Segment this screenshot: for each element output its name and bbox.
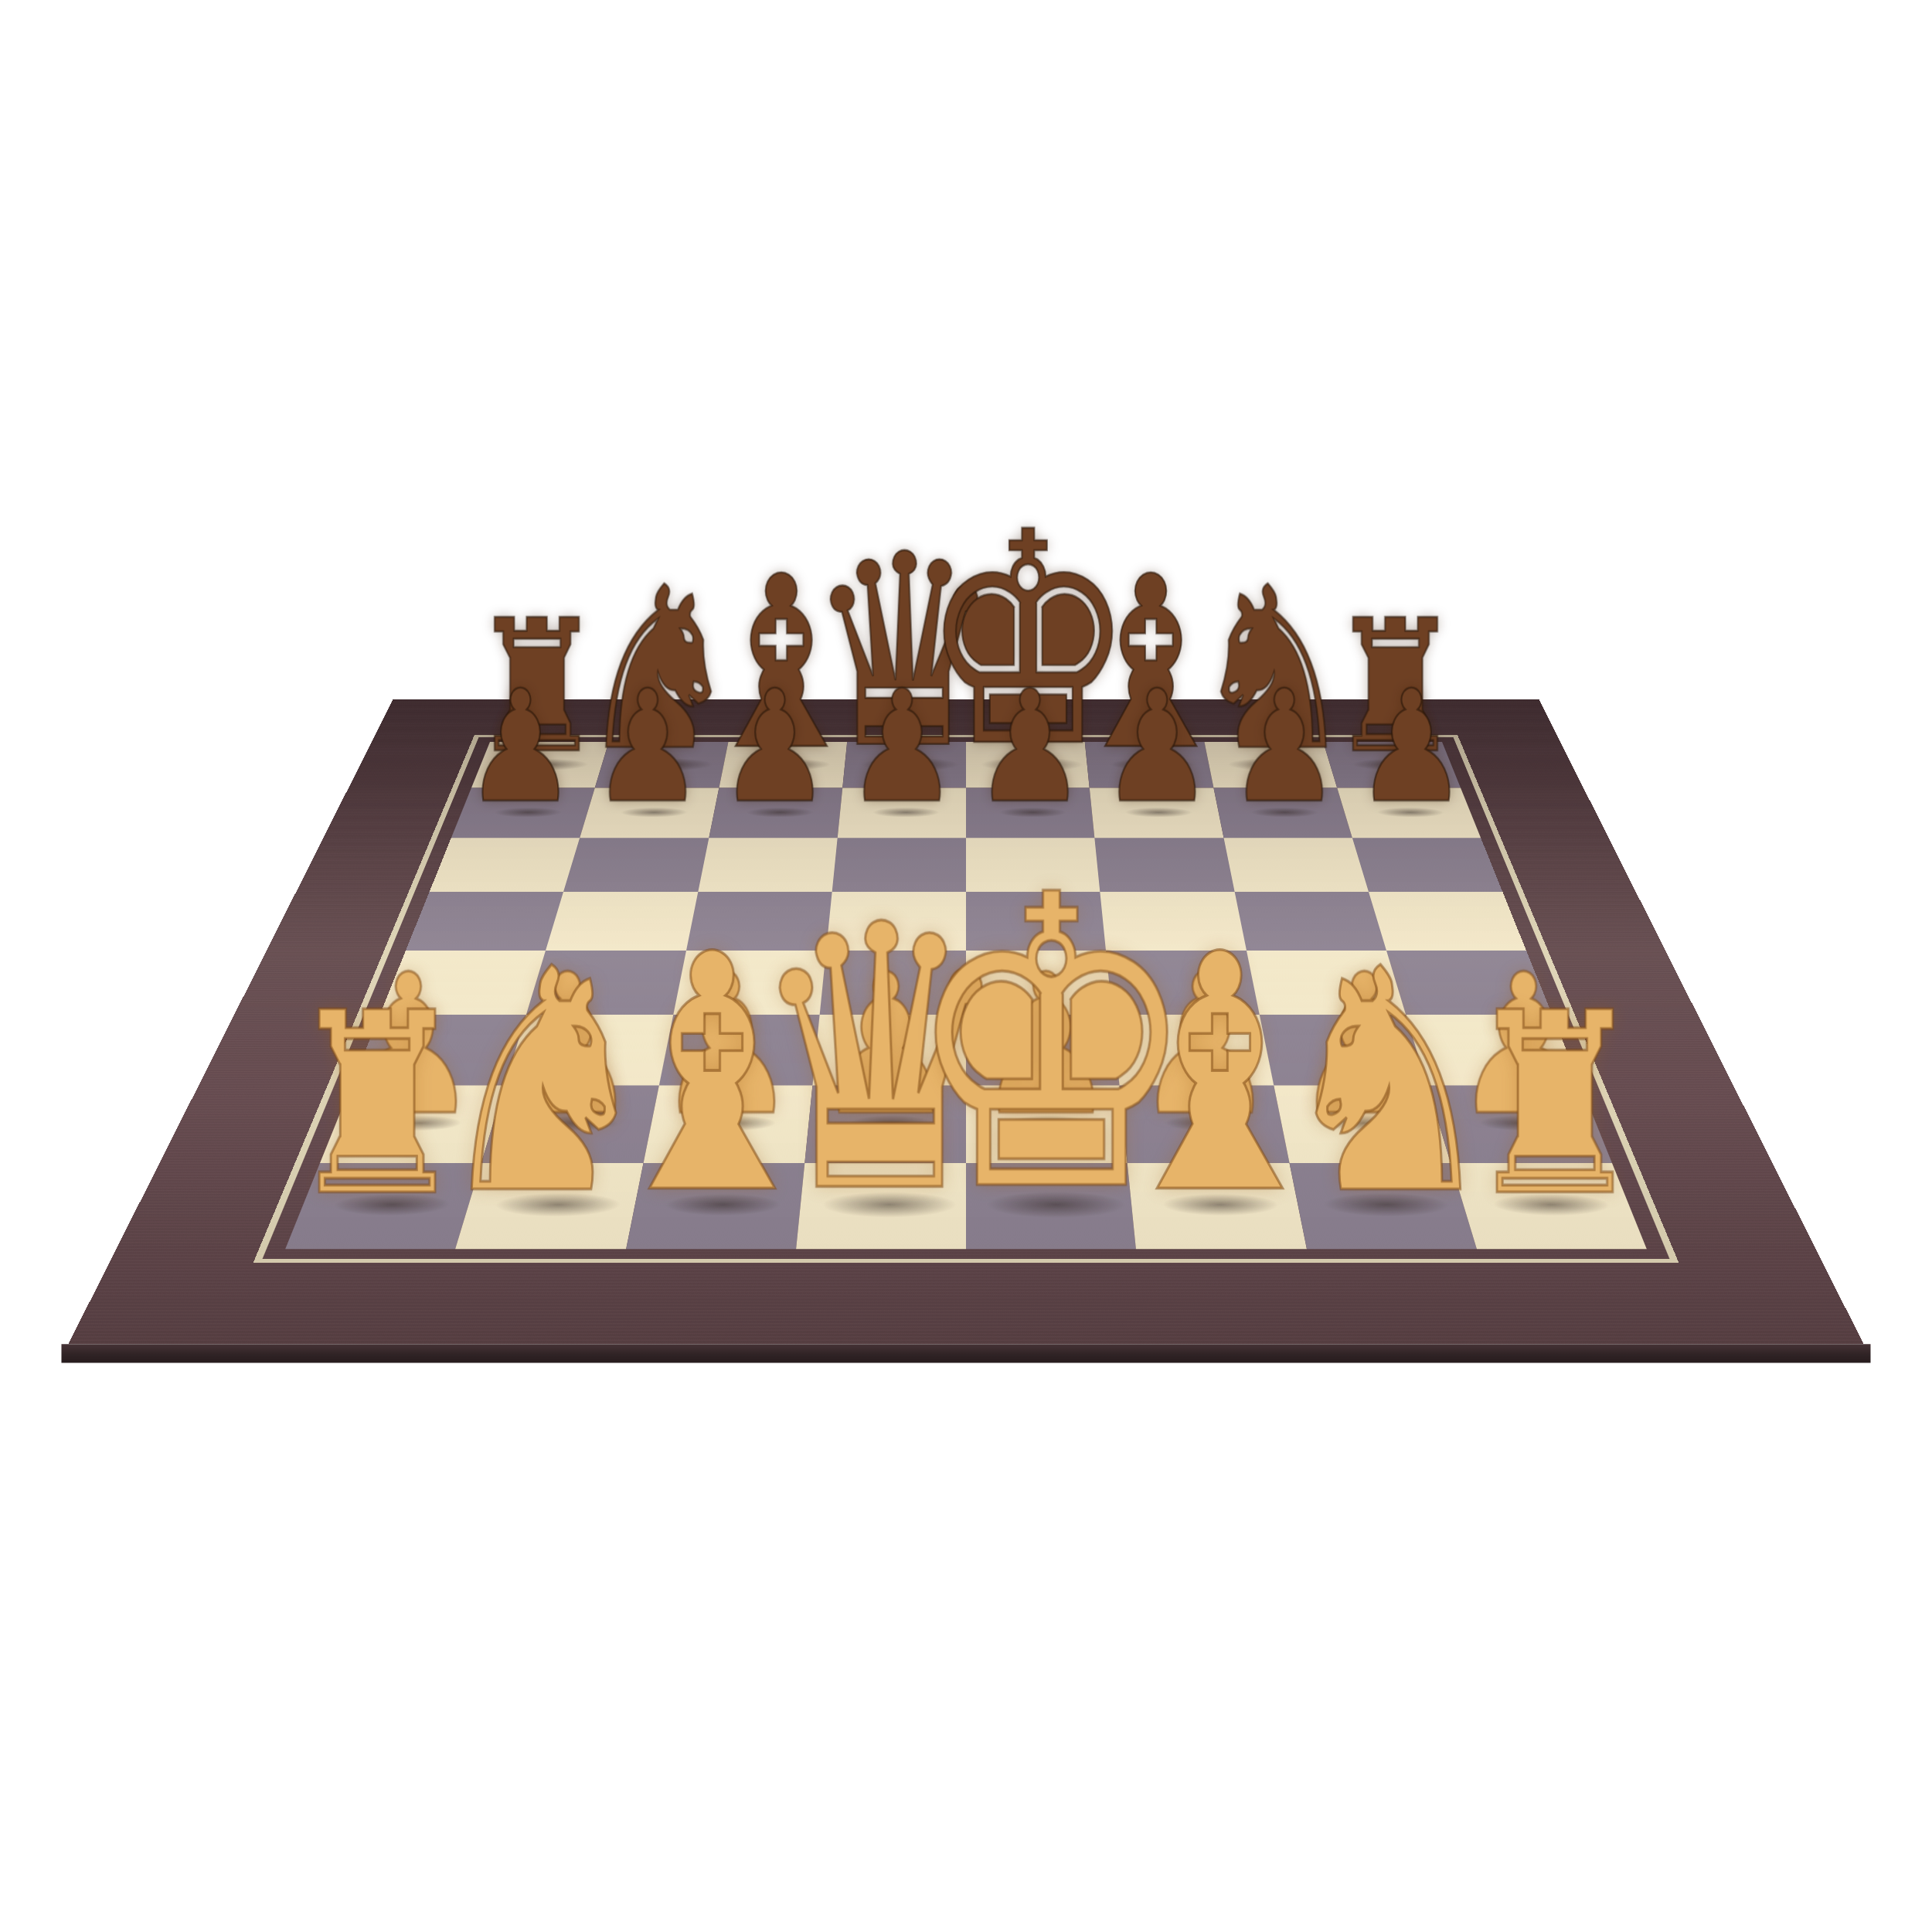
black-pawn-icon[interactable]: ♟: [1100, 670, 1214, 825]
black-pawn-icon[interactable]: ♟: [1227, 670, 1341, 825]
board-front-edge: [61, 1344, 1871, 1362]
square-b6[interactable]: [563, 838, 709, 892]
square-a7[interactable]: ♟: [451, 788, 595, 838]
square-c7[interactable]: ♟: [709, 788, 842, 838]
black-pawn-icon[interactable]: ♟: [1355, 670, 1468, 825]
black-pawn-icon[interactable]: ♟: [718, 670, 832, 825]
square-a6[interactable]: [430, 838, 580, 892]
square-e1[interactable]: ♚: [966, 1163, 1136, 1249]
board-grid: ♜♞♝♛♚♝♞♜♟♟♟♟♟♟♟♟♟♟♟♟♟♟♟♟♜♞♝♛♚♝♞♜: [285, 742, 1647, 1249]
black-pawn-icon[interactable]: ♟: [590, 670, 704, 825]
square-g6[interactable]: [1223, 838, 1369, 892]
square-h6[interactable]: [1352, 838, 1503, 892]
white-king-icon[interactable]: ♚: [903, 843, 1199, 1247]
chess-board: ♜♞♝♛♚♝♞♜♟♟♟♟♟♟♟♟♟♟♟♟♟♟♟♟♜♞♝♛♚♝♞♜: [68, 699, 1863, 1344]
square-h7[interactable]: ♟: [1337, 788, 1481, 838]
black-pawn-icon[interactable]: ♟: [973, 670, 1087, 825]
square-g7[interactable]: ♟: [1213, 788, 1352, 838]
black-pawn-icon[interactable]: ♟: [845, 670, 959, 825]
chess-set-photo-scene: ♜♞♝♛♚♝♞♜♟♟♟♟♟♟♟♟♟♟♟♟♟♟♟♟♜♞♝♛♚♝♞♜: [0, 0, 1932, 1932]
black-pawn-icon[interactable]: ♟: [464, 670, 577, 825]
square-b7[interactable]: ♟: [580, 788, 719, 838]
board-inlay-frame: ♜♞♝♛♚♝♞♜♟♟♟♟♟♟♟♟♟♟♟♟♟♟♟♟♜♞♝♛♚♝♞♜: [253, 735, 1679, 1263]
